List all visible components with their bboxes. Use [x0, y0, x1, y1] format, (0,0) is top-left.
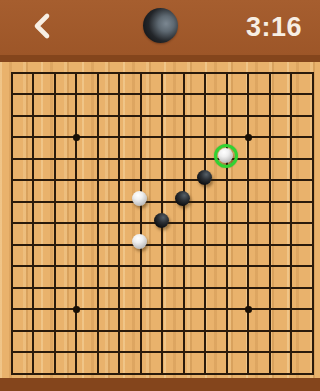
back-button[interactable] — [28, 12, 56, 42]
star-point — [245, 306, 252, 313]
app-root: { "game": "gomoku", "header": { "back_ic… — [0, 0, 320, 391]
timer: 3:16 — [246, 12, 302, 43]
white-stone — [132, 234, 147, 249]
header-bar: 3:16 — [0, 0, 320, 55]
star-point — [73, 306, 80, 313]
last-move-marker — [214, 144, 238, 168]
black-stone — [175, 191, 190, 206]
turn-indicator-stone-icon — [143, 8, 178, 43]
star-point — [245, 134, 252, 141]
black-stone — [154, 213, 169, 228]
white-stone — [132, 191, 147, 206]
board — [0, 62, 320, 378]
chevron-left-icon — [31, 12, 53, 43]
star-point — [73, 134, 80, 141]
black-stone — [197, 170, 212, 185]
board-grid[interactable] — [11, 72, 314, 375]
